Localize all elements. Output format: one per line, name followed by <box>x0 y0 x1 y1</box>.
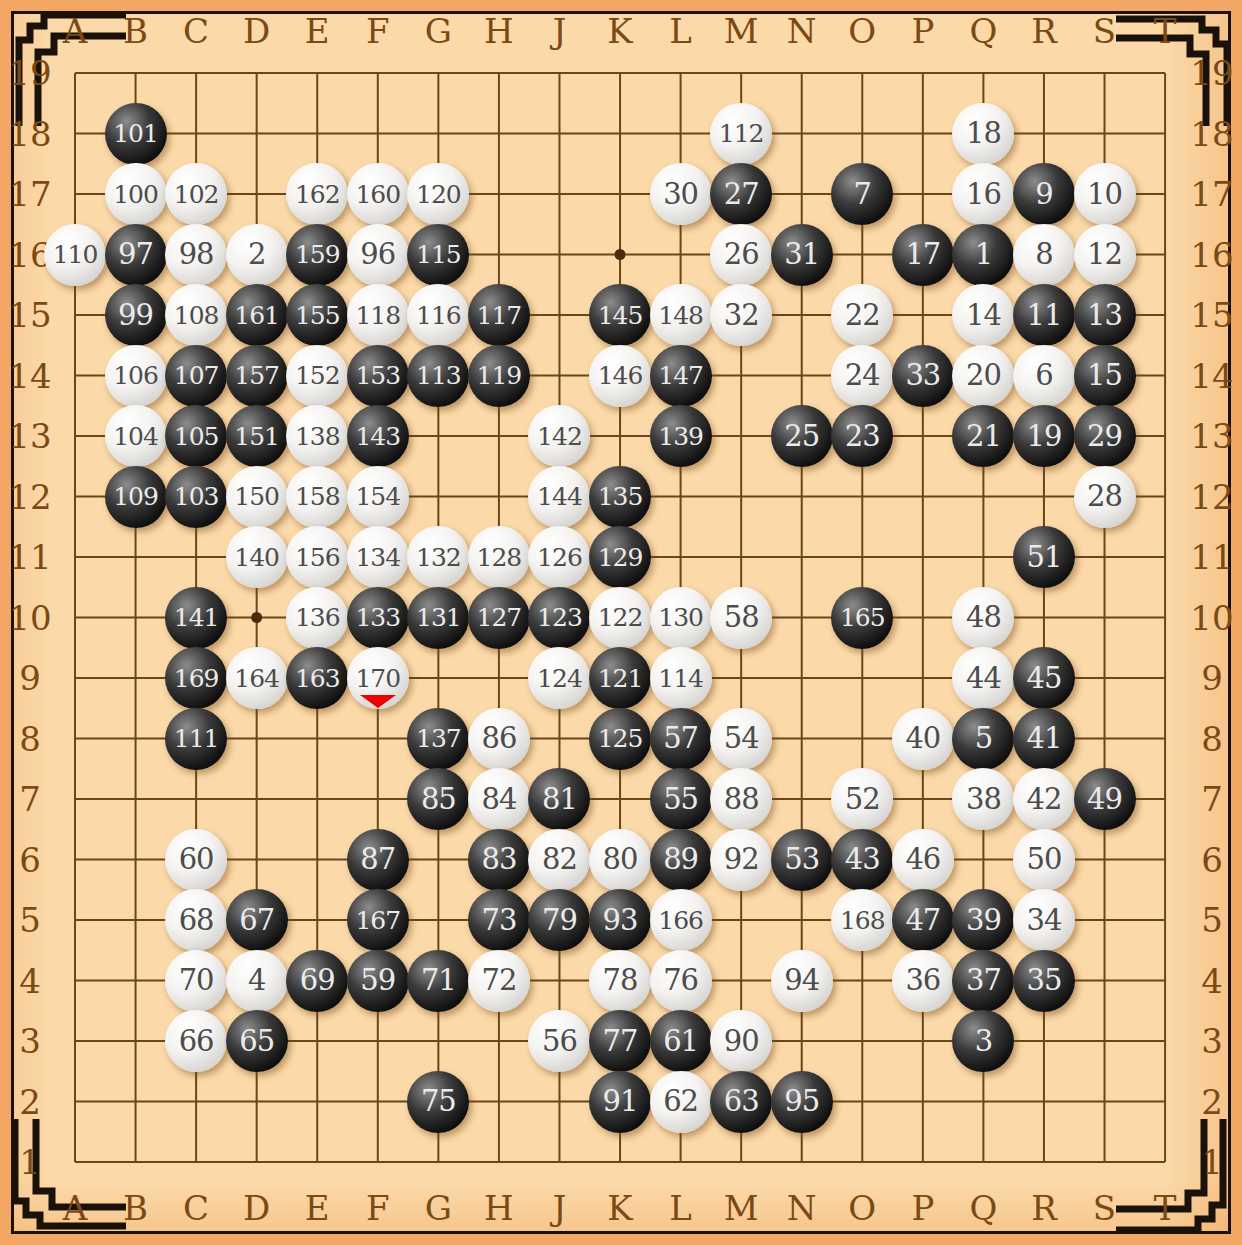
stone-black-129: 129 <box>589 526 651 588</box>
move-number: 30 <box>663 180 698 209</box>
move-number: 139 <box>658 424 703 449</box>
stone-black-115: 115 <box>407 224 469 286</box>
move-number: 94 <box>784 966 819 995</box>
stone-black-57: 57 <box>650 708 712 770</box>
stone-black-137: 137 <box>407 708 469 770</box>
move-number: 164 <box>234 666 279 691</box>
move-number: 117 <box>477 303 522 328</box>
row-label-right-14: 14 <box>1190 355 1234 397</box>
move-number: 12 <box>1087 240 1122 269</box>
stone-black-117: 117 <box>468 284 530 346</box>
stone-black-163: 163 <box>286 647 348 709</box>
col-label-top-S: S <box>1083 10 1127 52</box>
move-number: 4 <box>248 966 265 995</box>
stone-black-143: 143 <box>347 405 409 467</box>
col-label-bottom-C: C <box>174 1187 218 1229</box>
row-label-right-6: 6 <box>1190 839 1234 881</box>
col-label-top-C: C <box>174 10 218 52</box>
stone-black-37: 37 <box>952 950 1014 1012</box>
row-label-left-10: 10 <box>8 597 52 639</box>
stone-white-40: 40 <box>892 708 954 770</box>
move-number: 27 <box>724 180 759 209</box>
row-label-right-2: 2 <box>1190 1081 1234 1123</box>
stone-white-164: 164 <box>226 647 288 709</box>
row-label-right-12: 12 <box>1190 476 1234 518</box>
move-number: 9 <box>1035 180 1052 209</box>
row-label-right-17: 17 <box>1190 173 1234 215</box>
stone-white-106: 106 <box>105 345 167 407</box>
col-label-bottom-E: E <box>295 1187 339 1229</box>
row-label-left-13: 13 <box>8 415 52 457</box>
stone-white-104: 104 <box>105 405 167 467</box>
move-number: 129 <box>598 545 643 570</box>
move-number: 61 <box>663 1027 698 1056</box>
move-number: 23 <box>845 422 880 451</box>
stone-black-13: 13 <box>1074 284 1136 346</box>
stone-black-59: 59 <box>347 950 409 1012</box>
stone-white-20: 20 <box>952 345 1014 407</box>
stone-black-1: 1 <box>952 224 1014 286</box>
go-board: AABBCCDDEEFFGGHHJJKKLLMMNNOOPPQQRRSSTT19… <box>0 0 1242 1245</box>
stone-black-133: 133 <box>347 587 409 649</box>
col-label-top-Q: Q <box>961 10 1005 52</box>
row-label-left-4: 4 <box>8 960 52 1002</box>
move-number: 146 <box>598 363 643 388</box>
stone-white-26: 26 <box>710 224 772 286</box>
move-number: 102 <box>174 182 219 207</box>
stone-black-47: 47 <box>892 889 954 951</box>
row-label-right-10: 10 <box>1190 597 1234 639</box>
move-number: 101 <box>113 121 158 146</box>
stone-black-73: 73 <box>468 889 530 951</box>
stone-black-35: 35 <box>1013 950 1075 1012</box>
stone-black-3: 3 <box>952 1010 1014 1072</box>
move-number: 110 <box>53 242 98 267</box>
stone-black-135: 135 <box>589 466 651 528</box>
move-number: 65 <box>239 1027 274 1056</box>
move-number: 68 <box>179 906 214 935</box>
stone-white-132: 132 <box>407 526 469 588</box>
stone-white-100: 100 <box>105 163 167 225</box>
stone-black-41: 41 <box>1013 708 1075 770</box>
stone-black-161: 161 <box>226 284 288 346</box>
col-label-top-L: L <box>659 10 703 52</box>
move-number: 152 <box>295 363 340 388</box>
stone-white-42: 42 <box>1013 768 1075 830</box>
stone-black-125: 125 <box>589 708 651 770</box>
stone-white-44: 44 <box>952 647 1014 709</box>
stone-white-62: 62 <box>650 1071 712 1133</box>
stone-black-97: 97 <box>105 224 167 286</box>
move-number: 95 <box>784 1087 819 1116</box>
move-number: 40 <box>905 724 940 753</box>
stone-white-92: 92 <box>710 829 772 891</box>
stone-white-134: 134 <box>347 526 409 588</box>
move-number: 120 <box>416 182 461 207</box>
col-label-bottom-H: H <box>477 1187 521 1229</box>
stone-white-170: 170 <box>347 647 409 709</box>
move-number: 163 <box>295 666 340 691</box>
move-number: 85 <box>421 785 456 814</box>
move-number: 170 <box>355 666 400 691</box>
move-number: 13 <box>1087 301 1122 330</box>
stone-black-33: 33 <box>892 345 954 407</box>
row-label-left-1: 1 <box>8 1141 52 1183</box>
stone-white-68: 68 <box>165 889 227 951</box>
stone-white-78: 78 <box>589 950 651 1012</box>
move-number: 111 <box>174 726 219 751</box>
stone-white-32: 32 <box>710 284 772 346</box>
move-number: 132 <box>416 545 461 570</box>
stone-white-14: 14 <box>952 284 1014 346</box>
stone-black-67: 67 <box>226 889 288 951</box>
move-number: 145 <box>598 303 643 328</box>
stone-white-48: 48 <box>952 587 1014 649</box>
stone-white-96: 96 <box>347 224 409 286</box>
move-number: 122 <box>598 605 643 630</box>
star-point <box>615 249 626 260</box>
stone-black-157: 157 <box>226 345 288 407</box>
col-label-top-M: M <box>719 10 763 52</box>
move-number: 136 <box>295 605 340 630</box>
stone-white-22: 22 <box>831 284 893 346</box>
col-label-bottom-K: K <box>598 1187 642 1229</box>
row-label-left-19: 19 <box>8 52 52 94</box>
move-number: 71 <box>421 966 456 995</box>
stone-white-130: 130 <box>650 587 712 649</box>
stone-black-43: 43 <box>831 829 893 891</box>
row-label-left-18: 18 <box>8 113 52 155</box>
stone-black-31: 31 <box>771 224 833 286</box>
stone-white-34: 34 <box>1013 889 1075 951</box>
stone-black-75: 75 <box>407 1071 469 1133</box>
stone-white-86: 86 <box>468 708 530 770</box>
stone-black-53: 53 <box>771 829 833 891</box>
move-number: 156 <box>295 545 340 570</box>
stone-white-38: 38 <box>952 768 1014 830</box>
col-label-bottom-G: G <box>416 1187 460 1229</box>
move-number: 5 <box>975 724 992 753</box>
col-label-bottom-A: A <box>53 1187 97 1229</box>
move-number: 97 <box>118 240 153 269</box>
stone-white-46: 46 <box>892 829 954 891</box>
stone-black-165: 165 <box>831 587 893 649</box>
move-number: 87 <box>360 845 395 874</box>
move-number: 15 <box>1087 361 1122 390</box>
move-number: 22 <box>845 301 880 330</box>
move-number: 70 <box>179 966 214 995</box>
move-number: 42 <box>1027 785 1062 814</box>
stone-black-49: 49 <box>1074 768 1136 830</box>
stone-white-114: 114 <box>650 647 712 709</box>
stone-black-127: 127 <box>468 587 530 649</box>
row-label-right-13: 13 <box>1190 415 1234 457</box>
star-point <box>251 612 262 623</box>
stone-black-159: 159 <box>286 224 348 286</box>
stone-black-7: 7 <box>831 163 893 225</box>
move-number: 36 <box>905 966 940 995</box>
stone-white-54: 54 <box>710 708 772 770</box>
move-number: 37 <box>966 966 1001 995</box>
stone-white-148: 148 <box>650 284 712 346</box>
move-number: 116 <box>416 303 461 328</box>
stone-black-145: 145 <box>589 284 651 346</box>
move-number: 26 <box>724 240 759 269</box>
move-number: 41 <box>1027 724 1062 753</box>
move-number: 108 <box>174 303 219 328</box>
move-number: 106 <box>113 363 158 388</box>
stone-white-60: 60 <box>165 829 227 891</box>
stone-black-83: 83 <box>468 829 530 891</box>
stone-white-16: 16 <box>952 163 1014 225</box>
stone-black-105: 105 <box>165 405 227 467</box>
col-label-bottom-M: M <box>719 1187 763 1229</box>
stone-white-102: 102 <box>165 163 227 225</box>
move-number: 142 <box>537 424 582 449</box>
move-number: 69 <box>300 966 335 995</box>
stone-white-18: 18 <box>952 103 1014 165</box>
move-number: 133 <box>355 605 400 630</box>
stone-black-167: 167 <box>347 889 409 951</box>
move-number: 90 <box>724 1027 759 1056</box>
row-label-right-1: 1 <box>1190 1141 1234 1183</box>
move-number: 58 <box>724 603 759 632</box>
move-number: 35 <box>1027 966 1062 995</box>
col-label-top-B: B <box>114 10 158 52</box>
stone-white-58: 58 <box>710 587 772 649</box>
move-number: 89 <box>663 845 698 874</box>
stone-white-52: 52 <box>831 768 893 830</box>
move-number: 96 <box>360 240 395 269</box>
stone-white-66: 66 <box>165 1010 227 1072</box>
stone-black-55: 55 <box>650 768 712 830</box>
stone-white-50: 50 <box>1013 829 1075 891</box>
row-label-right-8: 8 <box>1190 718 1234 760</box>
move-number: 157 <box>234 363 279 388</box>
move-number: 14 <box>966 301 1001 330</box>
col-label-bottom-N: N <box>780 1187 824 1229</box>
col-label-bottom-T: T <box>1143 1187 1187 1229</box>
move-number: 99 <box>118 301 153 330</box>
stone-white-80: 80 <box>589 829 651 891</box>
last-move-marker <box>360 695 396 708</box>
col-label-bottom-B: B <box>114 1187 158 1229</box>
stone-white-162: 162 <box>286 163 348 225</box>
move-number: 49 <box>1087 785 1122 814</box>
stone-white-112: 112 <box>710 103 772 165</box>
move-number: 43 <box>845 845 880 874</box>
stone-black-89: 89 <box>650 829 712 891</box>
move-number: 1 <box>975 240 992 269</box>
move-number: 88 <box>724 785 759 814</box>
stone-white-158: 158 <box>286 466 348 528</box>
stone-black-121: 121 <box>589 647 651 709</box>
stone-white-88: 88 <box>710 768 772 830</box>
move-number: 165 <box>840 605 885 630</box>
move-number: 93 <box>603 906 638 935</box>
col-label-top-G: G <box>416 10 460 52</box>
row-label-right-5: 5 <box>1190 899 1234 941</box>
stone-black-51: 51 <box>1013 526 1075 588</box>
move-number: 104 <box>113 424 158 449</box>
col-label-top-K: K <box>598 10 642 52</box>
stone-white-2: 2 <box>226 224 288 286</box>
move-number: 48 <box>966 603 1001 632</box>
stone-black-123: 123 <box>528 587 590 649</box>
stone-black-63: 63 <box>710 1071 772 1133</box>
move-number: 167 <box>355 908 400 933</box>
move-number: 105 <box>174 424 219 449</box>
row-label-left-14: 14 <box>8 355 52 397</box>
move-number: 55 <box>663 785 698 814</box>
stone-black-139: 139 <box>650 405 712 467</box>
move-number: 138 <box>295 424 340 449</box>
move-number: 159 <box>295 242 340 267</box>
move-number: 34 <box>1027 906 1062 935</box>
stone-black-91: 91 <box>589 1071 651 1133</box>
move-number: 52 <box>845 785 880 814</box>
stone-black-99: 99 <box>105 284 167 346</box>
move-number: 113 <box>416 363 461 388</box>
stone-white-122: 122 <box>589 587 651 649</box>
stone-black-141: 141 <box>165 587 227 649</box>
col-label-bottom-L: L <box>659 1187 703 1229</box>
row-label-right-15: 15 <box>1190 294 1234 336</box>
stone-white-128: 128 <box>468 526 530 588</box>
col-label-top-O: O <box>840 10 884 52</box>
row-label-right-3: 3 <box>1190 1020 1234 1062</box>
row-label-right-18: 18 <box>1190 113 1234 155</box>
move-number: 66 <box>179 1027 214 1056</box>
move-number: 112 <box>719 121 764 146</box>
move-number: 17 <box>905 240 940 269</box>
row-label-right-11: 11 <box>1190 536 1234 578</box>
stone-black-111: 111 <box>165 708 227 770</box>
move-number: 162 <box>295 182 340 207</box>
stone-black-5: 5 <box>952 708 1014 770</box>
stone-black-11: 11 <box>1013 284 1075 346</box>
col-label-top-J: J <box>537 10 581 52</box>
stone-black-87: 87 <box>347 829 409 891</box>
stone-black-29: 29 <box>1074 405 1136 467</box>
row-label-right-16: 16 <box>1190 234 1234 276</box>
stone-white-4: 4 <box>226 950 288 1012</box>
move-number: 82 <box>542 845 577 874</box>
stone-black-93: 93 <box>589 889 651 951</box>
move-number: 3 <box>975 1027 992 1056</box>
move-number: 137 <box>416 726 461 751</box>
stone-black-169: 169 <box>165 647 227 709</box>
move-number: 75 <box>421 1087 456 1116</box>
move-number: 121 <box>598 666 643 691</box>
move-number: 80 <box>603 845 638 874</box>
stone-white-156: 156 <box>286 526 348 588</box>
col-label-bottom-Q: Q <box>961 1187 1005 1229</box>
move-number: 161 <box>234 303 279 328</box>
move-number: 46 <box>905 845 940 874</box>
move-number: 158 <box>295 484 340 509</box>
col-label-top-D: D <box>235 10 279 52</box>
move-number: 131 <box>416 605 461 630</box>
move-number: 148 <box>658 303 703 328</box>
row-label-right-19: 19 <box>1190 52 1234 94</box>
move-number: 11 <box>1027 301 1062 330</box>
col-label-bottom-F: F <box>356 1187 400 1229</box>
stone-white-84: 84 <box>468 768 530 830</box>
move-number: 134 <box>355 545 400 570</box>
col-label-top-N: N <box>780 10 824 52</box>
row-label-left-7: 7 <box>8 778 52 820</box>
row-label-left-15: 15 <box>8 294 52 336</box>
stone-white-136: 136 <box>286 587 348 649</box>
move-number: 16 <box>966 180 1001 209</box>
stone-white-10: 10 <box>1074 163 1136 225</box>
stone-white-116: 116 <box>407 284 469 346</box>
move-number: 67 <box>239 906 274 935</box>
stone-white-24: 24 <box>831 345 893 407</box>
move-number: 77 <box>603 1027 638 1056</box>
move-number: 160 <box>355 182 400 207</box>
move-number: 115 <box>416 242 461 267</box>
move-number: 166 <box>658 908 703 933</box>
stone-white-160: 160 <box>347 163 409 225</box>
stone-white-90: 90 <box>710 1010 772 1072</box>
stone-black-151: 151 <box>226 405 288 467</box>
move-number: 100 <box>113 182 158 207</box>
move-number: 54 <box>724 724 759 753</box>
move-number: 144 <box>537 484 582 509</box>
stone-black-147: 147 <box>650 345 712 407</box>
move-number: 92 <box>724 845 759 874</box>
move-number: 63 <box>724 1087 759 1116</box>
move-number: 39 <box>966 906 1001 935</box>
move-number: 73 <box>481 906 516 935</box>
stone-black-21: 21 <box>952 405 1014 467</box>
col-label-bottom-S: S <box>1083 1187 1127 1229</box>
stone-white-36: 36 <box>892 950 954 1012</box>
stone-black-71: 71 <box>407 950 469 1012</box>
stone-black-101: 101 <box>105 103 167 165</box>
move-number: 33 <box>905 361 940 390</box>
stone-black-107: 107 <box>165 345 227 407</box>
stone-white-110: 110 <box>44 224 106 286</box>
move-number: 81 <box>542 785 577 814</box>
move-number: 38 <box>966 785 1001 814</box>
row-label-left-11: 11 <box>8 536 52 578</box>
stone-black-155: 155 <box>286 284 348 346</box>
stone-white-12: 12 <box>1074 224 1136 286</box>
move-number: 154 <box>355 484 400 509</box>
stone-black-25: 25 <box>771 405 833 467</box>
move-number: 128 <box>477 545 522 570</box>
stone-white-94: 94 <box>771 950 833 1012</box>
move-number: 53 <box>784 845 819 874</box>
move-number: 6 <box>1035 361 1052 390</box>
stone-black-61: 61 <box>650 1010 712 1072</box>
move-number: 135 <box>598 484 643 509</box>
col-label-bottom-O: O <box>840 1187 884 1229</box>
stone-white-6: 6 <box>1013 345 1075 407</box>
move-number: 72 <box>481 966 516 995</box>
move-number: 56 <box>542 1027 577 1056</box>
move-number: 143 <box>355 424 400 449</box>
move-number: 57 <box>663 724 698 753</box>
move-number: 98 <box>179 240 214 269</box>
stone-white-28: 28 <box>1074 466 1136 528</box>
row-label-right-7: 7 <box>1190 778 1234 820</box>
stone-white-8: 8 <box>1013 224 1075 286</box>
move-number: 78 <box>603 966 638 995</box>
